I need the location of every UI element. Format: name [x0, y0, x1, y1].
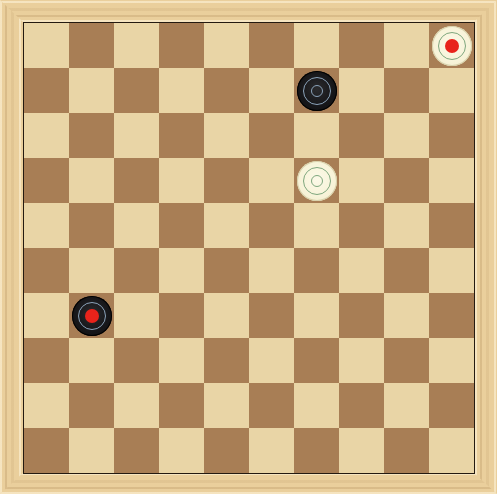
- light-square-r5c5: [249, 248, 294, 293]
- dark-square-45[interactable]: [429, 383, 474, 428]
- dark-square-37[interactable]: [114, 338, 159, 383]
- dark-square-14[interactable]: [339, 113, 384, 158]
- dark-square-47[interactable]: [114, 428, 159, 473]
- dark-square-11[interactable]: [69, 113, 114, 158]
- light-square-r0c6: [294, 23, 339, 68]
- light-square-r2c6: [294, 113, 339, 158]
- light-square-r9c7: [339, 428, 384, 473]
- light-square-r7c1: [69, 338, 114, 383]
- king-red-dot: [85, 309, 99, 323]
- light-square-r0c0: [24, 23, 69, 68]
- dark-square-28[interactable]: [204, 248, 249, 293]
- dark-square-39[interactable]: [294, 338, 339, 383]
- light-square-r8c8: [384, 383, 429, 428]
- light-square-r6c2: [114, 293, 159, 338]
- dark-square-2[interactable]: [159, 23, 204, 68]
- dark-square-33[interactable]: [249, 293, 294, 338]
- dark-square-49[interactable]: [294, 428, 339, 473]
- light-square-r7c7: [339, 338, 384, 383]
- dark-square-20[interactable]: [384, 158, 429, 203]
- dark-square-29[interactable]: [294, 248, 339, 293]
- light-square-r8c6: [294, 383, 339, 428]
- light-square-r0c4: [204, 23, 249, 68]
- light-square-r5c9: [429, 248, 474, 293]
- checkers-board: [23, 22, 475, 474]
- dark-square-13[interactable]: [249, 113, 294, 158]
- dark-square-17[interactable]: [114, 158, 159, 203]
- light-square-r4c6: [294, 203, 339, 248]
- light-square-r7c9: [429, 338, 474, 383]
- light-square-r3c5: [249, 158, 294, 203]
- dark-square-9[interactable]: [294, 68, 339, 113]
- light-square-r5c3: [159, 248, 204, 293]
- dark-square-12[interactable]: [159, 113, 204, 158]
- light-square-r8c0: [24, 383, 69, 428]
- light-square-r7c3: [159, 338, 204, 383]
- dark-square-27[interactable]: [114, 248, 159, 293]
- light-square-r4c2: [114, 203, 159, 248]
- black-man-piece[interactable]: [297, 71, 337, 111]
- dark-square-18[interactable]: [204, 158, 249, 203]
- light-square-r3c9: [429, 158, 474, 203]
- dark-square-46[interactable]: [24, 428, 69, 473]
- dark-square-32[interactable]: [159, 293, 204, 338]
- light-square-r2c4: [204, 113, 249, 158]
- dark-square-4[interactable]: [339, 23, 384, 68]
- light-square-r6c6: [294, 293, 339, 338]
- dark-square-5[interactable]: [429, 23, 474, 68]
- light-square-r8c4: [204, 383, 249, 428]
- dark-square-15[interactable]: [429, 113, 474, 158]
- piece-hub: [311, 85, 323, 97]
- light-square-r1c1: [69, 68, 114, 113]
- light-square-r6c4: [204, 293, 249, 338]
- dark-square-22[interactable]: [159, 203, 204, 248]
- dark-square-21[interactable]: [69, 203, 114, 248]
- light-square-r9c3: [159, 428, 204, 473]
- dark-square-44[interactable]: [339, 383, 384, 428]
- light-square-r1c9: [429, 68, 474, 113]
- dark-square-34[interactable]: [339, 293, 384, 338]
- white-man-piece[interactable]: [297, 161, 337, 201]
- dark-square-48[interactable]: [204, 428, 249, 473]
- dark-square-25[interactable]: [429, 203, 474, 248]
- dark-square-35[interactable]: [429, 293, 474, 338]
- light-square-r4c0: [24, 203, 69, 248]
- dark-square-6[interactable]: [24, 68, 69, 113]
- dark-square-26[interactable]: [24, 248, 69, 293]
- light-square-r4c8: [384, 203, 429, 248]
- dark-square-38[interactable]: [204, 338, 249, 383]
- frame-bottom-edge: [0, 473, 497, 494]
- dark-square-42[interactable]: [159, 383, 204, 428]
- dark-square-43[interactable]: [249, 383, 294, 428]
- dark-square-36[interactable]: [24, 338, 69, 383]
- light-square-r4c4: [204, 203, 249, 248]
- light-square-r1c3: [159, 68, 204, 113]
- dark-square-7[interactable]: [114, 68, 159, 113]
- dark-square-40[interactable]: [384, 338, 429, 383]
- dark-square-19[interactable]: [294, 158, 339, 203]
- light-square-r3c1: [69, 158, 114, 203]
- light-square-r5c7: [339, 248, 384, 293]
- light-square-r1c5: [249, 68, 294, 113]
- light-square-r9c9: [429, 428, 474, 473]
- king-red-dot: [445, 39, 459, 53]
- light-square-r1c7: [339, 68, 384, 113]
- light-square-r2c0: [24, 113, 69, 158]
- light-square-r7c5: [249, 338, 294, 383]
- dark-square-41[interactable]: [69, 383, 114, 428]
- dark-square-16[interactable]: [24, 158, 69, 203]
- light-square-r6c0: [24, 293, 69, 338]
- light-square-r2c2: [114, 113, 159, 158]
- light-square-r9c1: [69, 428, 114, 473]
- light-square-r3c3: [159, 158, 204, 203]
- light-square-r0c8: [384, 23, 429, 68]
- light-square-r5c1: [69, 248, 114, 293]
- wooden-board-frame: [0, 0, 497, 494]
- light-square-r6c8: [384, 293, 429, 338]
- frame-top-edge: [0, 0, 497, 22]
- dark-square-8[interactable]: [204, 68, 249, 113]
- light-square-r9c5: [249, 428, 294, 473]
- light-square-r2c8: [384, 113, 429, 158]
- dark-square-23[interactable]: [249, 203, 294, 248]
- light-square-r3c7: [339, 158, 384, 203]
- dark-square-30[interactable]: [384, 248, 429, 293]
- dark-square-10[interactable]: [384, 68, 429, 113]
- white-king-piece[interactable]: [432, 26, 472, 66]
- dark-square-24[interactable]: [339, 203, 384, 248]
- black-king-piece[interactable]: [72, 296, 112, 336]
- dark-square-31[interactable]: [69, 293, 114, 338]
- dark-square-3[interactable]: [249, 23, 294, 68]
- dark-square-50[interactable]: [384, 428, 429, 473]
- light-square-r8c2: [114, 383, 159, 428]
- piece-hub: [311, 175, 323, 187]
- light-square-r0c2: [114, 23, 159, 68]
- dark-square-1[interactable]: [69, 23, 114, 68]
